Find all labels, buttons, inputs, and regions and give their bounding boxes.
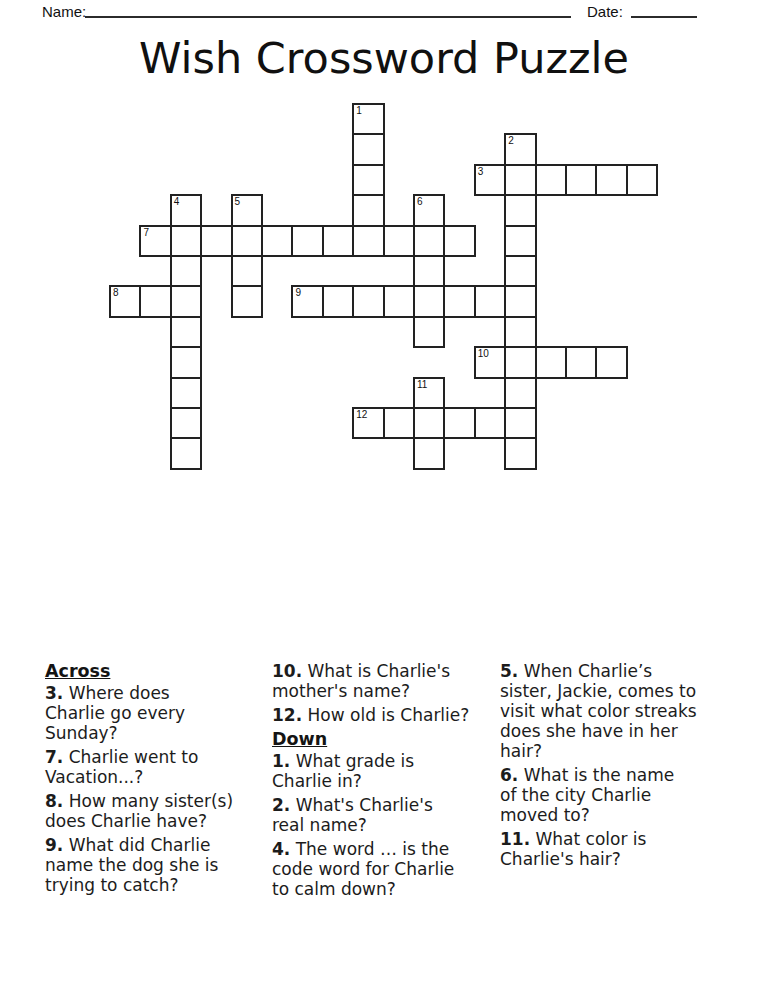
clue-6: 6. What is the nameof the city Charliemo…	[500, 765, 730, 825]
clue-5: 5. When Charlie’ssister, Jackie, comes t…	[500, 661, 730, 761]
clue-1: 1. What grade isCharlie in?	[272, 751, 502, 791]
clue-3: 3. Where doesCharlie go everySunday?	[45, 683, 275, 743]
grid-cell[interactable]	[231, 225, 263, 257]
grid-cell[interactable]	[170, 285, 202, 317]
cell-number: 11	[417, 379, 427, 390]
page-title: Wish Crossword Puzzle	[0, 32, 768, 84]
grid-cell[interactable]	[504, 316, 536, 348]
clue-col-3: 5. When Charlie’ssister, Jackie, comes t…	[500, 661, 730, 873]
clue-4: 4. The word … is thecode word for Charli…	[272, 839, 502, 899]
grid-cell[interactable]	[170, 377, 202, 409]
cell-number: 3	[478, 166, 484, 177]
grid-cell[interactable]	[200, 225, 232, 257]
grid-cell[interactable]	[413, 437, 445, 469]
cell-number: 10	[478, 348, 489, 359]
cell-number: 6	[417, 196, 423, 207]
grid-cell[interactable]	[413, 255, 445, 287]
grid-cell[interactable]	[595, 164, 627, 196]
grid-cell[interactable]	[352, 285, 384, 317]
grid-cell[interactable]	[413, 225, 445, 257]
grid-cell[interactable]: 9	[291, 285, 323, 317]
clue-10: 10. What is Charlie'smother's name?	[272, 661, 502, 701]
grid-cell[interactable]	[443, 225, 475, 257]
grid-cell[interactable]	[504, 407, 536, 439]
grid-cell[interactable]	[170, 316, 202, 348]
grid-cell[interactable]	[504, 225, 536, 257]
grid-cell[interactable]	[383, 225, 415, 257]
grid-cell[interactable]	[535, 346, 567, 378]
grid-cell[interactable]: 3	[474, 164, 506, 196]
clue-12: 12. How old is Charlie?	[272, 705, 502, 725]
name-label: Name:	[42, 3, 86, 20]
cell-number: 5	[235, 196, 241, 207]
grid-cell[interactable]	[504, 437, 536, 469]
cell-number: 8	[113, 287, 119, 298]
grid-cell[interactable]	[504, 194, 536, 226]
grid-cell[interactable]	[170, 225, 202, 257]
date-label: Date:	[587, 3, 623, 20]
grid-cell[interactable]	[170, 407, 202, 439]
grid-cell[interactable]	[383, 407, 415, 439]
grid-cell[interactable]	[443, 407, 475, 439]
clue-7: 7. Charlie went toVacation...?	[45, 747, 275, 787]
cell-number: 4	[174, 196, 180, 207]
cell-number: 7	[143, 227, 149, 238]
grid-cell[interactable]	[322, 225, 354, 257]
grid-cell[interactable]: 4	[170, 194, 202, 226]
grid-cell[interactable]	[504, 346, 536, 378]
grid-cell[interactable]: 6	[413, 194, 445, 226]
crossword-grid: 123456789101112	[109, 103, 659, 470]
clue-9: 9. What did Charliename the dog she istr…	[45, 835, 275, 895]
clue-2: 2. What's Charlie'sreal name?	[272, 795, 502, 835]
grid-cell[interactable]	[231, 285, 263, 317]
grid-cell[interactable]	[504, 255, 536, 287]
grid-cell[interactable]	[139, 285, 171, 317]
clue-11: 11. What color isCharlie's hair?	[500, 829, 730, 869]
grid-cell[interactable]	[504, 164, 536, 196]
date-underline	[631, 16, 697, 18]
grid-cell[interactable]: 12	[352, 407, 384, 439]
grid-cell[interactable]: 11	[413, 377, 445, 409]
grid-cell[interactable]	[261, 225, 293, 257]
grid-cell[interactable]: 7	[139, 225, 171, 257]
grid-cell[interactable]	[291, 225, 323, 257]
clue-col-2: 10. What is Charlie'smother's name?12. H…	[272, 661, 502, 903]
grid-cell[interactable]	[352, 164, 384, 196]
grid-cell[interactable]	[352, 194, 384, 226]
grid-cell[interactable]	[170, 437, 202, 469]
grid-cell[interactable]	[231, 255, 263, 287]
grid-cell[interactable]	[413, 316, 445, 348]
cell-number: 2	[508, 135, 514, 146]
grid-cell[interactable]	[322, 285, 354, 317]
grid-cell[interactable]	[626, 164, 658, 196]
grid-cell[interactable]	[352, 133, 384, 165]
grid-cell[interactable]	[474, 285, 506, 317]
grid-cell[interactable]	[565, 346, 597, 378]
down-heading: Down	[272, 729, 502, 749]
grid-cell[interactable]: 8	[109, 285, 141, 317]
grid-cell[interactable]	[474, 407, 506, 439]
grid-cell[interactable]	[443, 285, 475, 317]
cell-number: 1	[356, 105, 362, 116]
grid-cell[interactable]	[535, 164, 567, 196]
name-underline	[85, 16, 571, 18]
grid-cell[interactable]	[565, 164, 597, 196]
grid-cell[interactable]	[504, 377, 536, 409]
grid-cell[interactable]: 2	[504, 133, 536, 165]
clue-8: 8. How many sister(s)does Charlie have?	[45, 791, 275, 831]
grid-cell[interactable]	[413, 285, 445, 317]
clue-col-1: Across3. Where doesCharlie go everySunda…	[45, 661, 275, 899]
grid-cell[interactable]	[595, 346, 627, 378]
grid-cell[interactable]	[413, 407, 445, 439]
cell-number: 12	[356, 409, 367, 420]
cell-number: 9	[295, 287, 301, 298]
grid-cell[interactable]	[383, 285, 415, 317]
grid-cell[interactable]	[170, 346, 202, 378]
grid-cell[interactable]: 10	[474, 346, 506, 378]
grid-cell[interactable]: 5	[231, 194, 263, 226]
grid-cell[interactable]	[170, 255, 202, 287]
across-heading: Across	[45, 661, 275, 681]
grid-cell[interactable]	[352, 225, 384, 257]
grid-cell[interactable]	[504, 285, 536, 317]
grid-cell[interactable]: 1	[352, 103, 384, 135]
